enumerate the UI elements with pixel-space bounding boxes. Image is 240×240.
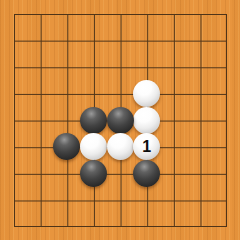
stone-black bbox=[80, 160, 107, 187]
go-board[interactable]: 1 bbox=[0, 0, 240, 240]
stone-black bbox=[133, 160, 160, 187]
stone-white bbox=[107, 133, 134, 160]
stone-white bbox=[133, 107, 160, 134]
move-number-label: 1 bbox=[142, 139, 151, 155]
stone-white bbox=[80, 133, 107, 160]
stone-black bbox=[80, 107, 107, 134]
stone-white bbox=[133, 80, 160, 107]
stone-white: 1 bbox=[133, 133, 160, 160]
stone-black bbox=[53, 133, 80, 160]
stone-black bbox=[107, 107, 134, 134]
stones-layer: 1 bbox=[0, 0, 240, 240]
